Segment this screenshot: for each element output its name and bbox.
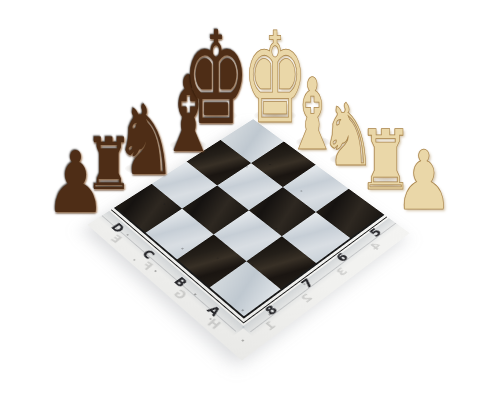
photo-canvas: DECFBGAH 54637281 ♟ ♜ ♞ ♝ ♚ ♚ ♝ ♞ ♜ ♟ bbox=[0, 0, 500, 400]
ghost-rank-label-4: 4 bbox=[367, 240, 384, 253]
ghost-file-label-h: H bbox=[204, 316, 223, 332]
ghost-file-label-g: G bbox=[171, 287, 190, 302]
ghost-file-label-e: E bbox=[108, 232, 125, 245]
ghost-rank-label-1: 1 bbox=[261, 318, 279, 333]
light-pawn-piece: ♟ bbox=[391, 140, 457, 222]
rank-label-7: 7 bbox=[298, 276, 317, 291]
ghost-file-label-f: F bbox=[139, 259, 156, 272]
rank-label-5: 5 bbox=[366, 225, 384, 239]
rank-label-8: 8 bbox=[262, 302, 281, 317]
rank-label-6: 6 bbox=[333, 250, 352, 264]
ghost-rank-label-2: 2 bbox=[298, 291, 316, 305]
ghost-rank-label-3: 3 bbox=[333, 265, 351, 279]
